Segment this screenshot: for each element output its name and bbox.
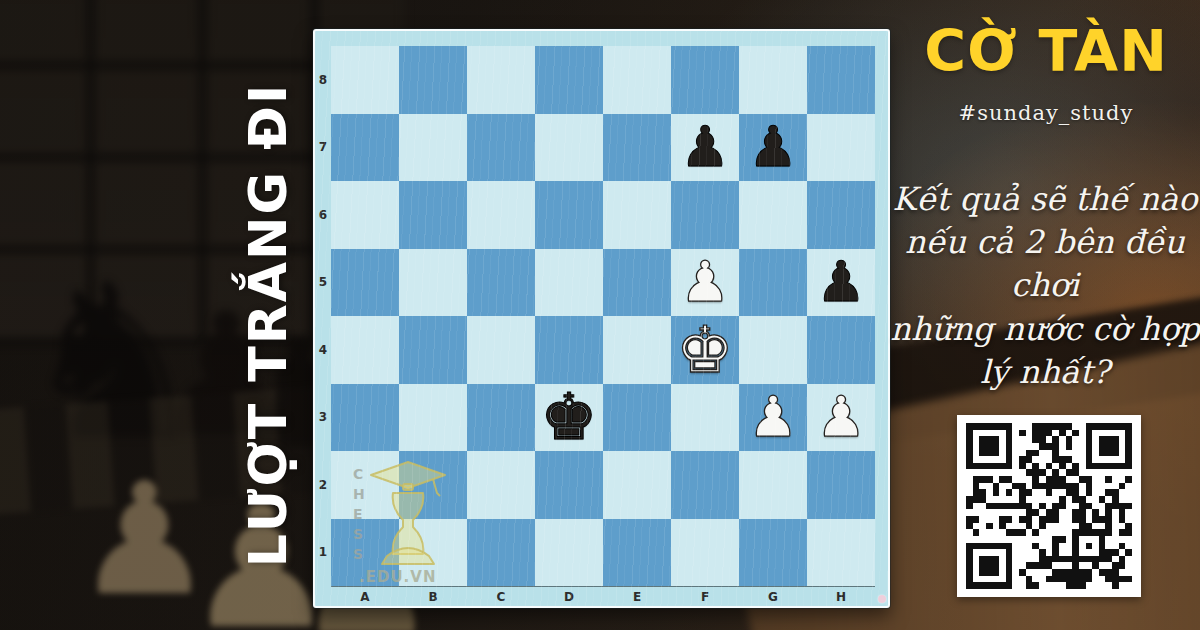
rank-label-6: 6 xyxy=(315,181,331,249)
square-c4 xyxy=(467,316,535,384)
side-to-move-banner: LƯỢT TRẮNG ĐI xyxy=(238,83,298,568)
file-label-h: H xyxy=(807,588,875,605)
square-b6 xyxy=(399,181,467,249)
file-label-d: D xyxy=(535,588,603,605)
rank-labels: 87654321 xyxy=(315,46,331,586)
file-label-e: E xyxy=(603,588,671,605)
rank-label-7: 7 xyxy=(315,114,331,182)
square-a6 xyxy=(331,181,399,249)
square-e3 xyxy=(603,384,671,452)
square-b1 xyxy=(399,519,467,587)
black-pawn-h5: ♟ xyxy=(816,254,866,310)
square-f5: ♟ xyxy=(671,249,739,317)
square-c2 xyxy=(467,451,535,519)
rank-label-5: 5 xyxy=(315,249,331,317)
square-e7 xyxy=(603,114,671,182)
square-d7 xyxy=(535,114,603,182)
square-h5: ♟ xyxy=(807,249,875,317)
square-d6 xyxy=(535,181,603,249)
file-label-a: A xyxy=(331,588,399,605)
square-c5 xyxy=(467,249,535,317)
square-c3 xyxy=(467,384,535,452)
square-a7 xyxy=(331,114,399,182)
square-f1 xyxy=(671,519,739,587)
file-label-c: C xyxy=(467,588,535,605)
square-g5 xyxy=(739,249,807,317)
board-grid: ♟♟♟♟♚♚♟♟ xyxy=(331,46,875,586)
square-h8 xyxy=(807,46,875,114)
square-d3: ♚ xyxy=(535,384,603,452)
square-g7: ♟ xyxy=(739,114,807,182)
square-d5 xyxy=(535,249,603,317)
question-line: nếu cả 2 bên đều chơi xyxy=(880,221,1200,307)
square-b8 xyxy=(399,46,467,114)
chess-board: 87654321 ♟♟♟♟♚♚♟♟ ABCDEFGH CHESS .EDU.VN xyxy=(313,29,890,608)
square-b2 xyxy=(399,451,467,519)
square-e1 xyxy=(603,519,671,587)
square-f6 xyxy=(671,181,739,249)
white-king-f4: ♚ xyxy=(676,318,733,382)
rank-label-3: 3 xyxy=(315,384,331,452)
qr-code-pattern xyxy=(965,423,1133,589)
square-c6 xyxy=(467,181,535,249)
square-g8 xyxy=(739,46,807,114)
square-a8 xyxy=(331,46,399,114)
question-line: Kết quả sẽ thế nào xyxy=(880,178,1200,221)
square-g1 xyxy=(739,519,807,587)
square-e5 xyxy=(603,249,671,317)
square-f2 xyxy=(671,451,739,519)
square-g4 xyxy=(739,316,807,384)
square-d8 xyxy=(535,46,603,114)
square-a2 xyxy=(331,451,399,519)
black-pawn-f7: ♟ xyxy=(680,119,730,175)
question-line: những nước cờ hợp xyxy=(880,308,1200,351)
file-label-g: G xyxy=(739,588,807,605)
rank-label-2: 2 xyxy=(315,451,331,519)
square-e4 xyxy=(603,316,671,384)
square-b4 xyxy=(399,316,467,384)
square-h2 xyxy=(807,451,875,519)
square-c1 xyxy=(467,519,535,587)
question-line: lý nhất? xyxy=(880,351,1200,394)
white-pawn-g3: ♟ xyxy=(748,389,798,445)
square-e6 xyxy=(603,181,671,249)
square-f4: ♚ xyxy=(671,316,739,384)
hashtag-label: #sunday_study xyxy=(890,101,1200,125)
square-c8 xyxy=(467,46,535,114)
square-d4 xyxy=(535,316,603,384)
file-label-f: F xyxy=(671,588,739,605)
square-a5 xyxy=(331,249,399,317)
square-f8 xyxy=(671,46,739,114)
file-labels: ABCDEFGH xyxy=(331,588,875,605)
white-pawn-h3: ♟ xyxy=(816,389,866,445)
square-a1 xyxy=(331,519,399,587)
rank-label-4: 4 xyxy=(315,316,331,384)
square-h3: ♟ xyxy=(807,384,875,452)
square-c7 xyxy=(467,114,535,182)
square-h7 xyxy=(807,114,875,182)
black-pawn-g7: ♟ xyxy=(748,119,798,175)
board-corner-dot xyxy=(878,595,886,603)
poster-canvas: ♞ ♟ ♟ ♟ ♟ ♟ LƯỢT TRẮNG ĐI 87654321 ♟♟♟♟♚… xyxy=(0,0,1200,630)
square-b5 xyxy=(399,249,467,317)
square-h1 xyxy=(807,519,875,587)
square-g2 xyxy=(739,451,807,519)
question-text: Kết quả sẽ thế nàonếu cả 2 bên đều chơin… xyxy=(880,178,1200,394)
square-e8 xyxy=(603,46,671,114)
poster-title: CỜ TÀN xyxy=(890,18,1200,84)
square-b3 xyxy=(399,384,467,452)
right-column: CỜ TÀN #sunday_study Kết quả sẽ thế nàon… xyxy=(890,0,1200,630)
square-f3 xyxy=(671,384,739,452)
black-king-d3: ♚ xyxy=(540,385,597,449)
square-f7: ♟ xyxy=(671,114,739,182)
square-g6 xyxy=(739,181,807,249)
square-h6 xyxy=(807,181,875,249)
square-b7 xyxy=(399,114,467,182)
rank-label-1: 1 xyxy=(315,519,331,587)
qr-code xyxy=(957,415,1141,597)
square-e2 xyxy=(603,451,671,519)
rank-label-8: 8 xyxy=(315,46,331,114)
square-a3 xyxy=(331,384,399,452)
square-a4 xyxy=(331,316,399,384)
square-g3: ♟ xyxy=(739,384,807,452)
square-d2 xyxy=(535,451,603,519)
square-h4 xyxy=(807,316,875,384)
file-label-b: B xyxy=(399,588,467,605)
square-d1 xyxy=(535,519,603,587)
white-pawn-f5: ♟ xyxy=(680,254,730,310)
